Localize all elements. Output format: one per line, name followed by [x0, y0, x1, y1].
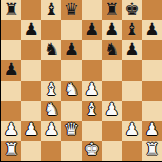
square-g8[interactable]: ♚ — [122, 0, 142, 20]
square-g3[interactable] — [122, 101, 142, 121]
square-h3[interactable] — [142, 101, 162, 121]
piece-white-rook[interactable]: ♜ — [144, 141, 159, 158]
piece-black-king[interactable]: ♚ — [124, 1, 139, 18]
square-c2[interactable]: ♟ — [41, 121, 61, 141]
piece-white-queen[interactable]: ♛ — [64, 121, 79, 138]
piece-white-knight[interactable]: ♞ — [64, 81, 79, 98]
square-d5[interactable] — [61, 60, 81, 80]
piece-black-pawn[interactable]: ♟ — [64, 41, 79, 58]
square-d8[interactable]: ♛ — [61, 0, 81, 20]
piece-white-pawn[interactable]: ♟ — [104, 101, 119, 118]
piece-white-pawn[interactable]: ♟ — [44, 121, 59, 138]
square-c1[interactable] — [41, 141, 61, 161]
square-f6[interactable]: ♞ — [102, 40, 122, 60]
square-c3[interactable]: ♞ — [41, 101, 61, 121]
piece-white-pawn[interactable]: ♟ — [3, 121, 18, 138]
square-e1[interactable]: ♚ — [82, 141, 102, 161]
piece-white-knight[interactable]: ♞ — [44, 101, 59, 118]
square-a8[interactable]: ♜ — [1, 0, 21, 20]
square-e3[interactable]: ♝ — [82, 101, 102, 121]
square-h8[interactable] — [142, 0, 162, 20]
square-g7[interactable]: ♝ — [122, 20, 142, 40]
square-h5[interactable] — [142, 60, 162, 80]
square-b3[interactable] — [21, 101, 41, 121]
square-a6[interactable] — [1, 40, 21, 60]
square-b4[interactable] — [21, 81, 41, 101]
square-c4[interactable]: ♝ — [41, 81, 61, 101]
square-f7[interactable]: ♟ — [102, 20, 122, 40]
square-c8[interactable]: ♝ — [41, 0, 61, 20]
square-e8[interactable] — [82, 0, 102, 20]
square-f8[interactable]: ♜ — [102, 0, 122, 20]
square-h6[interactable] — [142, 40, 162, 60]
square-g1[interactable] — [122, 141, 142, 161]
square-f1[interactable] — [102, 141, 122, 161]
square-b7[interactable]: ♟ — [21, 20, 41, 40]
square-d6[interactable]: ♟ — [61, 40, 81, 60]
square-b5[interactable] — [21, 60, 41, 80]
square-f5[interactable] — [102, 60, 122, 80]
piece-black-rook[interactable]: ♜ — [3, 1, 18, 18]
piece-white-pawn[interactable]: ♟ — [24, 121, 39, 138]
square-d7[interactable] — [61, 20, 81, 40]
square-c7[interactable] — [41, 20, 61, 40]
piece-black-pawn[interactable]: ♟ — [84, 21, 99, 38]
square-f2[interactable] — [102, 121, 122, 141]
piece-white-pawn[interactable]: ♟ — [124, 121, 139, 138]
piece-white-bishop[interactable]: ♝ — [84, 101, 99, 118]
piece-white-king[interactable]: ♚ — [84, 141, 99, 158]
square-a7[interactable] — [1, 20, 21, 40]
square-g5[interactable] — [122, 60, 142, 80]
piece-white-pawn[interactable]: ♟ — [84, 81, 99, 98]
square-d1[interactable] — [61, 141, 81, 161]
square-e5[interactable] — [82, 60, 102, 80]
square-b6[interactable] — [21, 40, 41, 60]
piece-black-knight[interactable]: ♞ — [44, 41, 59, 58]
square-f3[interactable]: ♟ — [102, 101, 122, 121]
square-h7[interactable]: ♟ — [142, 20, 162, 40]
square-e2[interactable] — [82, 121, 102, 141]
square-d2[interactable]: ♛ — [61, 121, 81, 141]
piece-black-bishop[interactable]: ♝ — [124, 21, 139, 38]
square-e4[interactable]: ♟ — [82, 81, 102, 101]
square-f4[interactable] — [102, 81, 122, 101]
square-b1[interactable] — [21, 141, 41, 161]
chess-board: ♜♝♛♜♚♟♟♟♝♟♞♟♞♟♟♝♞♟♞♝♟♟♟♟♛♟♟♜♚♜ — [0, 0, 162, 162]
square-h1[interactable]: ♜ — [142, 141, 162, 161]
piece-black-knight[interactable]: ♞ — [104, 41, 119, 58]
square-h4[interactable] — [142, 81, 162, 101]
square-d3[interactable] — [61, 101, 81, 121]
piece-black-queen[interactable]: ♛ — [64, 1, 79, 18]
square-c5[interactable] — [41, 60, 61, 80]
square-g4[interactable] — [122, 81, 142, 101]
piece-black-pawn[interactable]: ♟ — [124, 41, 139, 58]
piece-black-pawn[interactable]: ♟ — [144, 21, 159, 38]
square-a3[interactable] — [1, 101, 21, 121]
square-a5[interactable]: ♟ — [1, 60, 21, 80]
piece-black-pawn[interactable]: ♟ — [24, 21, 39, 38]
square-c6[interactable]: ♞ — [41, 40, 61, 60]
piece-black-rook[interactable]: ♜ — [104, 1, 119, 18]
square-b2[interactable]: ♟ — [21, 121, 41, 141]
square-a4[interactable] — [1, 81, 21, 101]
square-e6[interactable] — [82, 40, 102, 60]
piece-white-pawn[interactable]: ♟ — [144, 121, 159, 138]
piece-white-bishop[interactable]: ♝ — [44, 81, 59, 98]
square-g2[interactable]: ♟ — [122, 121, 142, 141]
square-a2[interactable]: ♟ — [1, 121, 21, 141]
square-e7[interactable]: ♟ — [82, 20, 102, 40]
square-h2[interactable]: ♟ — [142, 121, 162, 141]
square-b8[interactable] — [21, 0, 41, 20]
piece-black-pawn[interactable]: ♟ — [104, 21, 119, 38]
piece-black-bishop[interactable]: ♝ — [44, 1, 59, 18]
piece-white-rook[interactable]: ♜ — [3, 141, 18, 158]
square-g6[interactable]: ♟ — [122, 40, 142, 60]
square-d4[interactable]: ♞ — [61, 81, 81, 101]
square-a1[interactable]: ♜ — [1, 141, 21, 161]
piece-black-pawn[interactable]: ♟ — [3, 61, 18, 78]
